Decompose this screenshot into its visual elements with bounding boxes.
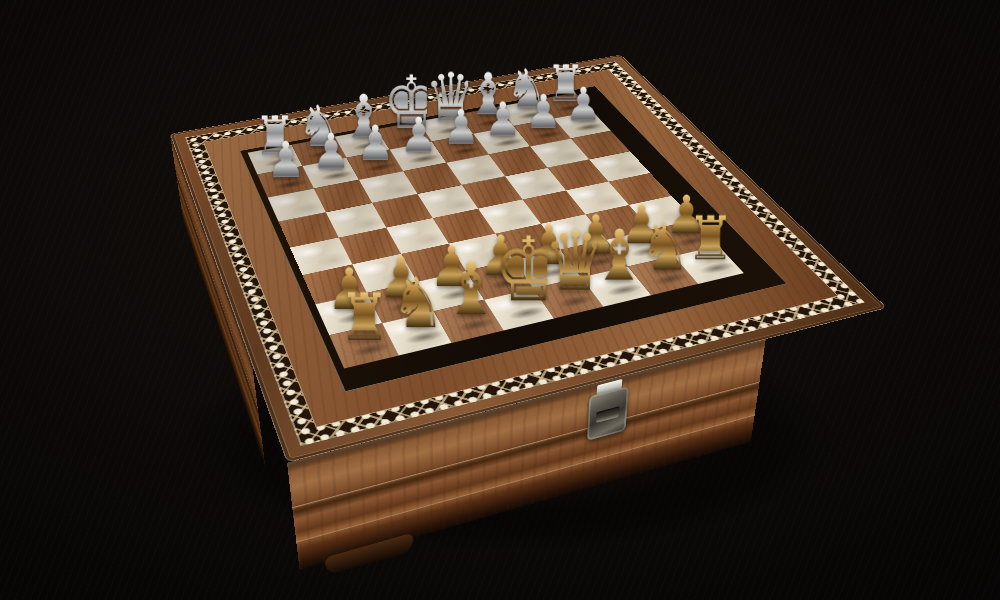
black-king[interactable]: ♚ [493, 230, 547, 312]
latch-clasp[interactable] [585, 377, 631, 445]
white-pawn[interactable]: ♟ [396, 113, 441, 157]
black-bishop[interactable]: ♝ [442, 256, 497, 323]
photo-scene: ♜♞♝♚♛♝♞♜♟♟♟♟♟♟♟♟♟♟♟♟♟♟♟♟♜♞♝♚♛♝♞♜ [0, 0, 1000, 600]
black-rook[interactable]: ♜ [336, 287, 392, 348]
white-pawn[interactable]: ♟ [522, 91, 566, 134]
white-pawn[interactable]: ♟ [439, 106, 484, 150]
chess-box: ♜♞♝♚♛♝♞♜♟♟♟♟♟♟♟♟♟♟♟♟♟♟♟♟♜♞♝♚♛♝♞♜ [170, 55, 887, 463]
white-pawn[interactable]: ♟ [308, 129, 355, 174]
black-rook[interactable]: ♜ [685, 211, 737, 267]
white-pawn[interactable]: ♟ [481, 98, 525, 142]
white-pawn[interactable]: ♟ [262, 138, 309, 184]
white-pawn[interactable]: ♟ [562, 83, 606, 126]
black-knight[interactable]: ♞ [390, 272, 446, 336]
white-pawn[interactable]: ♟ [352, 121, 398, 166]
